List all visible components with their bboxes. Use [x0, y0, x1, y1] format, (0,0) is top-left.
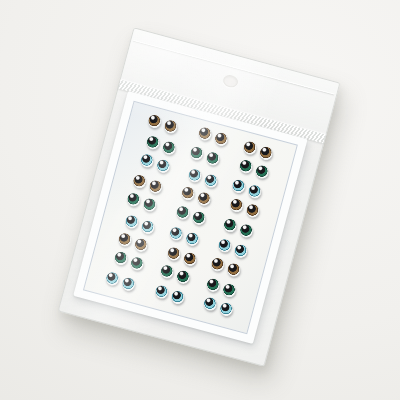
eye-sticker-blue [121, 276, 137, 292]
eye-sticker-brown [166, 246, 182, 262]
eye-sticker-blue [184, 231, 200, 247]
eye-sticker-brown [196, 191, 212, 207]
eye-sticker-blue [202, 296, 218, 312]
eye-pair-green [145, 135, 178, 156]
eye-sticker-green [161, 141, 177, 157]
eye-sticker-brown [133, 237, 149, 253]
eye-sticker-brown [180, 186, 196, 202]
eye-sticker-blue [156, 158, 172, 174]
eye-pair-blue [216, 238, 249, 259]
card-frame [83, 101, 298, 334]
eye-pair-blue [168, 226, 201, 247]
eye-sticker-green [142, 198, 158, 214]
eye-sticker-blue [140, 219, 156, 235]
eye-pair-green [204, 278, 237, 299]
eye-sticker-green [205, 278, 221, 294]
eye-sticker-brown [244, 203, 260, 219]
eye-sticker-brown [163, 119, 179, 135]
eye-pair-brown [132, 174, 165, 195]
eye-sticker-brown [182, 251, 198, 267]
eye-pair-brown [147, 114, 180, 135]
eye-sticker-blue [168, 226, 184, 242]
eye-pair-blue [202, 296, 235, 317]
eye-sticker-brown [197, 126, 213, 142]
product-photo [0, 0, 400, 400]
eye-sticker-brown [213, 131, 229, 147]
eye-pair-blue [187, 168, 220, 189]
eye-sticker-green [175, 270, 191, 286]
eye-pair-brown [241, 140, 274, 161]
eye-pair-brown [228, 198, 261, 219]
eye-pair-green [113, 251, 146, 272]
eye-sticker-blue [247, 184, 263, 200]
eye-sticker-blue [170, 289, 186, 305]
eye-sticker-green [175, 205, 191, 221]
eye-sticker-brown [147, 114, 163, 130]
eye-sticker-green [238, 159, 254, 175]
eye-pair-brown [197, 126, 230, 147]
eye-sticker-blue [124, 214, 140, 230]
eye-pair-green [159, 264, 192, 285]
eye-pair-brown [180, 186, 213, 207]
eye-sticker-brown [225, 262, 241, 278]
eye-sticker-blue [230, 178, 246, 194]
eye-sticker-brown [228, 198, 244, 214]
eye-sticker-green [145, 135, 161, 151]
eye-sticker-brown [242, 140, 258, 156]
eye-grid [97, 109, 285, 324]
eye-sticker-green [126, 192, 142, 208]
eye-sticker-green [238, 223, 254, 239]
eye-sticker-green [129, 256, 145, 272]
eye-pair-brown [166, 246, 199, 267]
eye-pair-green [126, 192, 159, 213]
eye-sticker-brown [209, 257, 225, 273]
eye-sticker-green [191, 211, 207, 227]
hang-hole [222, 73, 240, 88]
eye-sticker-green [221, 283, 237, 299]
eye-sticker-green [113, 251, 129, 267]
eye-sticker-brown [148, 179, 164, 195]
eye-sticker-brown [258, 145, 274, 161]
eye-sticker-brown [117, 232, 133, 248]
eye-pair-blue [153, 284, 186, 305]
eye-pair-blue [124, 214, 157, 235]
eye-sticker-blue [216, 238, 232, 254]
eye-pair-brown [209, 257, 242, 278]
eye-sticker-brown [132, 174, 148, 190]
eye-sticker-blue [218, 301, 234, 317]
eye-pair-green [188, 146, 221, 167]
eye-sticker-blue [154, 284, 170, 300]
plastic-bag [58, 27, 341, 366]
eye-sticker-blue [139, 153, 155, 169]
eye-sticker-green [222, 218, 238, 234]
eye-sticker-green [159, 264, 175, 280]
eye-sticker-card [73, 91, 308, 344]
eye-sticker-green [205, 151, 221, 167]
eye-sticker-blue [105, 271, 121, 287]
eye-pair-blue [230, 178, 263, 199]
eye-sticker-green [189, 146, 205, 162]
eye-sticker-blue [233, 243, 249, 259]
eye-pair-blue [105, 271, 138, 292]
eye-pair-green [237, 159, 270, 180]
eye-pair-green [174, 205, 207, 226]
eye-sticker-green [254, 164, 270, 180]
eye-pair-blue [139, 153, 172, 174]
eye-pair-brown [117, 232, 150, 253]
eye-sticker-blue [203, 173, 219, 189]
eye-sticker-blue [187, 168, 203, 184]
eye-pair-green [221, 218, 254, 239]
